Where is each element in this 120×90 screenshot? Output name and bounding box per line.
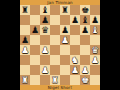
- square-e6[interactable]: ♟: [60, 25, 70, 35]
- piece-black-bishop: ♝: [40, 5, 50, 15]
- piece-black-rook: ♜: [60, 5, 70, 15]
- square-d2[interactable]: [50, 65, 60, 75]
- square-c3[interactable]: [40, 55, 50, 65]
- square-a5[interactable]: ♟: [20, 35, 30, 45]
- player-name-bottom: Nigel Short: [20, 85, 100, 90]
- piece-white-pawn: ♟: [40, 45, 50, 55]
- square-b5[interactable]: [30, 35, 40, 45]
- square-g3[interactable]: [80, 55, 90, 65]
- square-h5[interactable]: [90, 35, 100, 45]
- square-b3[interactable]: [30, 55, 40, 65]
- square-e4[interactable]: [60, 45, 70, 55]
- square-b2[interactable]: [30, 65, 40, 75]
- square-c8[interactable]: ♝: [40, 5, 50, 15]
- square-d4[interactable]: [50, 45, 60, 55]
- piece-black-queen: ♛: [40, 25, 50, 35]
- square-d3[interactable]: [50, 55, 60, 65]
- piece-white-pawn: ♟: [20, 45, 30, 55]
- square-d6[interactable]: [50, 25, 60, 35]
- square-g5[interactable]: [80, 35, 90, 45]
- piece-black-pawn: ♟: [90, 15, 100, 25]
- square-c2[interactable]: ♟: [40, 65, 50, 75]
- square-c6[interactable]: ♛: [40, 25, 50, 35]
- square-a6[interactable]: [20, 25, 30, 35]
- square-d8[interactable]: [50, 5, 60, 15]
- piece-white-pawn: ♟: [40, 65, 50, 75]
- letterbox-left: [0, 0, 20, 90]
- square-h7[interactable]: ♟: [90, 15, 100, 25]
- square-g8[interactable]: ♚: [80, 5, 90, 15]
- piece-white-pawn: ♟: [80, 65, 90, 75]
- square-e5[interactable]: ♟: [60, 35, 70, 45]
- square-h4[interactable]: ♛: [90, 45, 100, 55]
- piece-black-pawn: ♟: [40, 15, 50, 25]
- piece-black-pawn: ♟: [20, 35, 30, 45]
- square-b4[interactable]: [30, 45, 40, 55]
- square-g6[interactable]: ♟: [80, 25, 90, 35]
- square-a1[interactable]: ♜: [20, 75, 30, 85]
- square-e3[interactable]: [60, 55, 70, 65]
- square-a7[interactable]: [20, 15, 30, 25]
- game-area: Jan Timman ♜♝♜♚♟♟♝♟♟♛♟♟♝♟♟♟♟♛♞♟♟♟♟♜♜♚ Ni…: [20, 0, 100, 90]
- square-b6[interactable]: ♟: [30, 25, 40, 35]
- piece-black-pawn: ♟: [60, 25, 70, 35]
- letterbox-right: [100, 0, 120, 90]
- square-a2[interactable]: [20, 65, 30, 75]
- piece-white-bishop: ♝: [90, 25, 100, 35]
- square-f7[interactable]: ♟: [70, 15, 80, 25]
- square-f8[interactable]: [70, 5, 80, 15]
- square-b8[interactable]: [30, 5, 40, 15]
- chess-board: ♜♝♜♚♟♟♝♟♟♛♟♟♝♟♟♟♟♛♞♟♟♟♟♜♜♚: [20, 5, 100, 85]
- square-c5[interactable]: [40, 35, 50, 45]
- square-f4[interactable]: [70, 45, 80, 55]
- square-c1[interactable]: [40, 75, 50, 85]
- piece-white-pawn: ♟: [60, 35, 70, 45]
- square-f6[interactable]: [70, 25, 80, 35]
- piece-white-rook: ♜: [20, 75, 30, 85]
- piece-black-pawn: ♟: [80, 25, 90, 35]
- square-c4[interactable]: ♟: [40, 45, 50, 55]
- square-h3[interactable]: ♟: [90, 55, 100, 65]
- square-b7[interactable]: [30, 15, 40, 25]
- square-f1[interactable]: [70, 75, 80, 85]
- square-h6[interactable]: ♝: [90, 25, 100, 35]
- piece-white-pawn: ♟: [90, 55, 100, 65]
- square-g1[interactable]: ♚: [80, 75, 90, 85]
- square-f3[interactable]: ♞: [70, 55, 80, 65]
- square-d1[interactable]: ♜: [50, 75, 60, 85]
- piece-black-bishop: ♝: [80, 15, 90, 25]
- square-e7[interactable]: [60, 15, 70, 25]
- piece-black-pawn: ♟: [30, 25, 40, 35]
- square-e1[interactable]: [60, 75, 70, 85]
- square-g2[interactable]: ♟: [80, 65, 90, 75]
- piece-black-pawn: ♟: [70, 15, 80, 25]
- app-window: Jan Timman ♜♝♜♚♟♟♝♟♟♛♟♟♝♟♟♟♟♛♞♟♟♟♟♜♜♚ Ni…: [0, 0, 120, 90]
- square-a4[interactable]: ♟: [20, 45, 30, 55]
- piece-white-king: ♚: [80, 75, 90, 85]
- square-g4[interactable]: [80, 45, 90, 55]
- square-h2[interactable]: [90, 65, 100, 75]
- square-e2[interactable]: [60, 65, 70, 75]
- square-a8[interactable]: ♜: [20, 5, 30, 15]
- square-g7[interactable]: ♝: [80, 15, 90, 25]
- square-h1[interactable]: [90, 75, 100, 85]
- square-h8[interactable]: [90, 5, 100, 15]
- square-d7[interactable]: [50, 15, 60, 25]
- piece-white-knight: ♞: [70, 55, 80, 65]
- square-e8[interactable]: ♜: [60, 5, 70, 15]
- square-c7[interactable]: ♟: [40, 15, 50, 25]
- square-b1[interactable]: [30, 75, 40, 85]
- piece-black-rook: ♜: [20, 5, 30, 15]
- piece-white-pawn: ♟: [70, 65, 80, 75]
- square-f5[interactable]: [70, 35, 80, 45]
- piece-white-rook: ♜: [50, 75, 60, 85]
- square-a3[interactable]: [20, 55, 30, 65]
- square-d5[interactable]: [50, 35, 60, 45]
- square-f2[interactable]: ♟: [70, 65, 80, 75]
- piece-white-queen: ♛: [90, 45, 100, 55]
- piece-black-king: ♚: [80, 5, 90, 15]
